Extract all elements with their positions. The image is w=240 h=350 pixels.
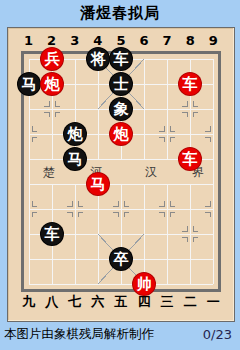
- move-counter: 0/23: [203, 327, 232, 342]
- piece-black-士[interactable]: 士: [110, 73, 132, 95]
- piece-red-炮[interactable]: 炮: [41, 73, 63, 95]
- file-label: 七: [63, 293, 86, 311]
- piece-red-车[interactable]: 车: [179, 73, 201, 95]
- piece-black-马[interactable]: 马: [64, 148, 86, 170]
- file-label: 三: [156, 293, 179, 311]
- piece-red-车[interactable]: 车: [179, 148, 201, 170]
- piece-black-马[interactable]: 马: [18, 73, 40, 95]
- piece-black-象[interactable]: 象: [110, 98, 132, 120]
- puzzle-title: 潘煜春拟局: [0, 4, 240, 23]
- piece-red-兵[interactable]: 兵: [41, 48, 63, 70]
- river-char: 汉: [145, 165, 157, 179]
- file-label: 3: [63, 33, 86, 48]
- piece-black-将[interactable]: 将: [87, 48, 109, 70]
- piece-black-炮[interactable]: 炮: [64, 123, 86, 145]
- board-panel: 1 2 3 4 5 6 7 8 9: [7, 27, 235, 322]
- river-char: 楚: [43, 165, 55, 179]
- file-label: 二: [179, 293, 202, 311]
- file-label: 八: [40, 293, 63, 311]
- file-label: 五: [109, 293, 132, 311]
- file-label: 六: [86, 293, 109, 311]
- file-label: 1: [17, 33, 40, 48]
- piece-red-炮[interactable]: 炮: [110, 123, 132, 145]
- piece-black-车[interactable]: 车: [41, 223, 63, 245]
- file-label: 4: [86, 33, 109, 48]
- footer-bar: 本图片由象棋残局解析制作 0/23: [4, 326, 232, 343]
- file-label: 7: [156, 33, 179, 48]
- page: 潘煜春拟局 1 2 3 4 5 6 7 8 9: [0, 0, 240, 350]
- file-labels-bottom: 九 八 七 六 五 四 三 二 一: [17, 293, 225, 311]
- attribution-text: 本图片由象棋残局解析制作: [4, 326, 154, 343]
- piece-black-车[interactable]: 车: [110, 48, 132, 70]
- file-label: 5: [109, 33, 132, 48]
- file-label: 8: [179, 33, 202, 48]
- piece-black-卒[interactable]: 卒: [110, 248, 132, 270]
- file-label: 四: [132, 293, 155, 311]
- file-label: 9: [202, 33, 225, 48]
- piece-red-马[interactable]: 马: [87, 173, 109, 195]
- file-label: 6: [132, 33, 155, 48]
- file-label: 2: [40, 33, 63, 48]
- file-labels-top: 1 2 3 4 5 6 7 8 9: [17, 33, 225, 48]
- piece-red-帅[interactable]: 帅: [133, 273, 155, 295]
- file-label: 一: [202, 293, 225, 311]
- file-label: 九: [17, 293, 40, 311]
